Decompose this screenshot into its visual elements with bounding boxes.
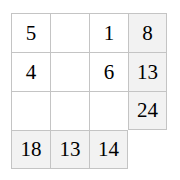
empty-cell: [89, 91, 128, 130]
empty-cell: [50, 91, 89, 130]
sum-cell: 13: [50, 130, 89, 169]
given-cell: 5: [11, 13, 50, 52]
given-cell: 1: [89, 13, 128, 52]
absent-cell: [128, 130, 167, 169]
sum-cell: 13: [128, 52, 167, 91]
sum-cell: 18: [11, 130, 50, 169]
given-cell: 4: [11, 52, 50, 91]
puzzle-board: 518461324181314: [11, 13, 167, 169]
empty-cell: [50, 52, 89, 91]
given-cell: 6: [89, 52, 128, 91]
sum-cell: 8: [128, 13, 167, 52]
sum-cell: 24: [128, 91, 167, 130]
empty-cell: [50, 13, 89, 52]
empty-cell: [11, 91, 50, 130]
sum-cell: 14: [89, 130, 128, 169]
